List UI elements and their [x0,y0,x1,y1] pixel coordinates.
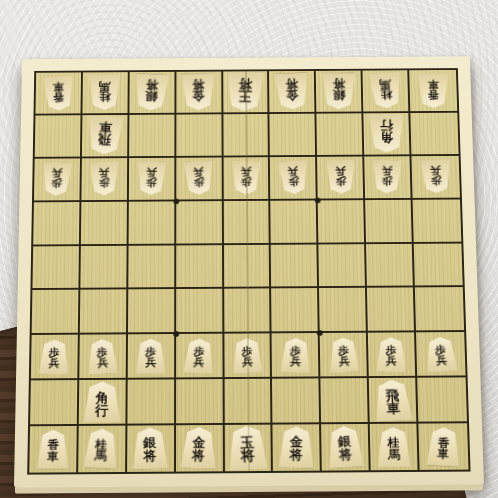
piece-gote-gold[interactable]: 金将 [274,72,310,110]
board-cell [410,113,458,156]
board-cell: 歩兵 [224,334,273,380]
board-cell [272,288,320,333]
board-cell: 飛車 [369,378,418,424]
piece-kanji: 馬 [99,80,111,91]
piece-kanji: 兵 [382,165,393,175]
board-cell: 桂馬 [82,72,129,115]
piece-kanji: 将 [290,450,303,463]
piece-sente-pawn[interactable]: 歩兵 [280,337,311,373]
board-cell [32,246,80,291]
piece-kanji: 兵 [193,166,204,176]
piece-kanji: 兵 [241,166,252,176]
piece-gote-lance[interactable]: 香車 [42,75,74,111]
piece-kanji: 兵 [242,357,253,368]
board-cell [321,378,370,424]
board-cell [127,380,176,426]
board-cell: 歩兵 [272,333,321,379]
board-cell [223,114,270,157]
board-cell [128,289,176,334]
board-cell: 歩兵 [317,156,365,200]
piece-sente-pawn[interactable]: 歩兵 [87,338,119,375]
board-cell: 玉将 [224,425,273,472]
board-cell [224,289,272,334]
board-grid: 香車桂馬銀将金将王将金将銀将桂馬香車飛車角行歩兵歩兵歩兵歩兵歩兵歩兵歩兵歩兵歩兵… [29,70,468,473]
piece-kanji: 将 [339,449,353,462]
piece-kanji: 馬 [379,78,391,89]
board-cell [224,379,273,425]
piece-kanji: 兵 [290,357,301,368]
board-cell [176,201,224,245]
piece-sente-pawn[interactable]: 歩兵 [377,337,407,372]
board-cell: 歩兵 [416,332,465,378]
board-cell: 香車 [409,70,457,113]
piece-kanji: 車 [47,451,59,462]
board-cell [128,201,176,245]
piece-gote-pawn[interactable]: 歩兵 [372,160,403,195]
piece-gote-pawn[interactable]: 歩兵 [231,161,261,195]
piece-kanji: 兵 [287,165,298,176]
board-cell [271,200,319,244]
board-cell: 金将 [269,71,316,114]
piece-kanji: 角 [380,132,393,144]
board-cell: 金将 [176,425,225,472]
board-cell: 歩兵 [412,156,460,200]
piece-kanji: 兵 [335,165,346,175]
piece-sente-rook[interactable]: 飛車 [373,379,413,422]
board-cell: 飛車 [82,115,129,158]
board-cell: 歩兵 [320,333,369,379]
piece-gote-rook[interactable]: 飛車 [85,116,124,156]
board-cell: 歩兵 [79,335,128,381]
board-cell [176,114,223,157]
piece-kanji: 将 [192,450,205,463]
piece-sente-silver[interactable]: 銀将 [132,427,168,470]
piece-sente-lance[interactable]: 香車 [37,430,69,469]
piece-kanji: 兵 [145,358,156,368]
piece-kanji: 兵 [193,358,204,369]
piece-kanji: 将 [241,450,256,464]
piece-kanji: 将 [285,78,298,90]
piece-sente-knight[interactable]: 桂馬 [377,427,412,467]
board-cell [129,114,176,157]
piece-gote-pawn[interactable]: 歩兵 [89,162,119,196]
board-cell [176,245,224,290]
piece-sente-pawn[interactable]: 歩兵 [424,336,458,373]
piece-gote-pawn[interactable]: 歩兵 [325,160,355,194]
board-cell: 香車 [35,72,82,115]
board-cell: 桂馬 [370,424,420,471]
board-cell [80,290,128,335]
board-cell: 銀将 [129,72,176,115]
piece-sente-bishop[interactable]: 角行 [83,382,121,423]
piece-gote-silver[interactable]: 銀将 [134,73,170,111]
piece-sente-silver[interactable]: 銀将 [326,425,365,469]
board-cell: 角行 [79,380,128,426]
board-cell: 金将 [176,71,223,114]
piece-kanji: 兵 [436,356,448,367]
board-cell: 王将 [223,71,270,114]
piece-gote-pawn[interactable]: 歩兵 [277,160,309,195]
piece-kanji: 兵 [99,167,110,177]
board-cell: 歩兵 [223,157,271,201]
piece-kanji: 将 [144,451,157,464]
board-cell [176,379,225,425]
piece-kanji: 行 [95,404,109,417]
board-cell [367,288,416,333]
board-cell: 銀将 [321,424,371,471]
shogi-board: 香車桂馬銀将金将王将金将銀将桂馬香車飛車角行歩兵歩兵歩兵歩兵歩兵歩兵歩兵歩兵歩兵… [14,56,484,487]
board-cell: 歩兵 [176,334,224,380]
board-cell [366,243,415,288]
board-cell: 歩兵 [34,158,82,202]
board-cell [319,288,368,333]
board-cell: 香車 [418,423,468,470]
piece-kanji: 兵 [338,357,349,368]
board-cell [32,290,81,335]
board-cell [35,115,83,158]
piece-sente-pawn[interactable]: 歩兵 [327,337,359,373]
board-cell [417,378,467,424]
piece-gote-king[interactable]: 王将 [226,72,265,112]
board-cell: 歩兵 [364,156,412,200]
piece-sente-lance[interactable]: 香車 [426,426,460,466]
board-cell: 角行 [364,113,412,156]
piece-sente-gold[interactable]: 金将 [278,427,314,469]
board-cell [176,289,224,334]
board-cell [224,244,272,289]
piece-kanji: 兵 [386,356,397,367]
board-cell: 歩兵 [127,334,175,380]
board-cell: 歩兵 [270,157,318,201]
photo-scene: 香車桂馬銀将金将王将金将銀将桂馬香車飛車角行歩兵歩兵歩兵歩兵歩兵歩兵歩兵歩兵歩兵… [0,0,498,498]
board-cell [415,287,464,332]
board-cell: 香車 [29,426,78,473]
piece-kanji: 将 [192,78,205,90]
board-cell: 歩兵 [81,158,129,202]
board-cell [81,201,129,245]
piece-gote-pawn[interactable]: 歩兵 [420,160,452,194]
board-cell [128,245,176,290]
board-cell: 桂馬 [78,426,127,473]
board-cell [319,244,367,289]
piece-gote-pawn[interactable]: 歩兵 [136,161,167,195]
board-cell [272,379,321,425]
piece-kanji: 将 [239,77,253,90]
piece-kanji: 車 [386,402,400,416]
piece-kanji: 将 [146,79,159,91]
piece-kanji: 車 [427,78,438,88]
piece-sente-pawn[interactable]: 歩兵 [39,339,70,374]
piece-sente-king[interactable]: 玉将 [227,425,268,471]
piece-gote-gold[interactable]: 金将 [181,73,216,111]
piece-kanji: 車 [437,448,449,460]
board-cell [33,202,81,246]
piece-kanji: 銀 [333,89,345,101]
piece-kanji: 行 [380,120,393,132]
piece-gote-pawn[interactable]: 歩兵 [183,161,214,196]
board-cell: 歩兵 [31,335,80,381]
board-cell [271,244,319,289]
board-cell: 銀将 [316,71,364,114]
piece-kanji: 車 [52,80,63,91]
piece-kanji: 兵 [48,359,59,370]
board-cell: 歩兵 [176,157,223,201]
piece-sente-pawn[interactable]: 歩兵 [136,339,166,374]
board-cell [413,199,462,243]
piece-kanji: 兵 [97,358,108,369]
piece-kanji: 兵 [146,166,157,176]
piece-sente-gold[interactable]: 金将 [180,427,217,470]
board-cell [317,113,365,156]
board-cell [365,199,413,243]
piece-kanji: 馬 [95,451,108,463]
piece-gote-lance[interactable]: 香車 [417,73,450,107]
piece-kanji: 車 [98,121,112,134]
board-cell [223,200,271,244]
board-cell: 歩兵 [129,158,176,202]
piece-gote-bishop[interactable]: 角行 [368,114,405,153]
board-cell: 歩兵 [368,333,417,379]
piece-kanji: 将 [333,78,345,90]
board-cell [30,380,79,426]
piece-sente-pawn[interactable]: 歩兵 [232,338,263,373]
piece-sente-pawn[interactable]: 歩兵 [183,338,215,374]
piece-kanji: 兵 [52,167,63,177]
board-cell [318,200,366,244]
board-cell: 桂馬 [363,70,411,113]
board-cell: 金将 [273,424,322,471]
board-cell: 銀将 [127,425,176,472]
board-cell [270,114,318,157]
piece-gote-knight[interactable]: 桂馬 [89,75,122,110]
piece-gote-pawn[interactable]: 歩兵 [41,162,73,197]
piece-sente-knight[interactable]: 桂馬 [84,428,120,469]
board-playing-surface: 香車桂馬銀将金将王将金将銀将桂馬香車飛車角行歩兵歩兵歩兵歩兵歩兵歩兵歩兵歩兵歩兵… [27,68,470,474]
piece-kanji: 馬 [388,449,400,461]
piece-kanji: 兵 [430,164,441,174]
piece-gote-knight[interactable]: 桂馬 [368,72,403,109]
piece-gote-silver[interactable]: 銀将 [322,73,356,110]
board-cell [80,245,128,290]
board-cell [414,243,463,288]
